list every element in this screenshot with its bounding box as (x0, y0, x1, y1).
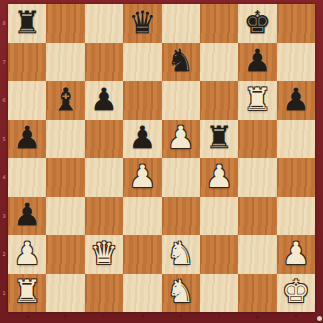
piece-white-king-h1[interactable]: ♚ (282, 276, 310, 307)
square-d3[interactable] (123, 197, 161, 236)
piece-black-pawn-c6[interactable]: ♟ (90, 84, 118, 115)
chess-board-frame: ♜♛♚♞♟♝♟♜♟♟♟♟♜♟♟♟♟♛♞♟♜♞♚ 87654321 abcdefg… (0, 0, 323, 323)
square-b7[interactable] (46, 43, 84, 82)
piece-black-bishop-b6[interactable]: ♝ (52, 84, 80, 115)
square-h1[interactable]: ♚ (277, 274, 315, 313)
square-e5[interactable]: ♟ (162, 120, 200, 159)
square-h8[interactable] (277, 4, 315, 43)
piece-black-rook-f5[interactable]: ♜ (205, 122, 233, 153)
piece-white-pawn-f4[interactable]: ♟ (205, 161, 233, 192)
piece-black-pawn-a5[interactable]: ♟ (13, 122, 41, 153)
square-e8[interactable] (162, 4, 200, 43)
rank-label-3: 3 (1, 213, 7, 218)
square-h3[interactable] (277, 197, 315, 236)
piece-white-pawn-d4[interactable]: ♟ (128, 161, 156, 192)
piece-white-knight-e1[interactable]: ♞ (167, 276, 195, 307)
square-h4[interactable] (277, 158, 315, 197)
rank-label-7: 7 (1, 59, 7, 64)
square-g4[interactable] (238, 158, 276, 197)
file-label-e: e (179, 314, 182, 319)
square-g8[interactable]: ♚ (238, 4, 276, 43)
square-d8[interactable]: ♛ (123, 4, 161, 43)
square-a1[interactable]: ♜ (8, 274, 46, 313)
square-d1[interactable] (123, 274, 161, 313)
square-e3[interactable] (162, 197, 200, 236)
piece-black-knight-e7[interactable]: ♞ (167, 45, 195, 76)
piece-black-pawn-d5[interactable]: ♟ (128, 122, 156, 153)
square-a2[interactable]: ♟ (8, 235, 46, 274)
square-f7[interactable] (200, 43, 238, 82)
square-a4[interactable] (8, 158, 46, 197)
file-label-d: d (141, 314, 144, 319)
square-g5[interactable] (238, 120, 276, 159)
square-d7[interactable] (123, 43, 161, 82)
square-h7[interactable] (277, 43, 315, 82)
square-a6[interactable] (8, 81, 46, 120)
square-d5[interactable]: ♟ (123, 120, 161, 159)
file-label-h: h (294, 314, 297, 319)
square-b2[interactable] (46, 235, 84, 274)
piece-black-pawn-a3[interactable]: ♟ (13, 199, 41, 230)
file-label-f: f (218, 314, 220, 319)
piece-black-king-g8[interactable]: ♚ (244, 7, 272, 38)
file-label-c: c (103, 314, 106, 319)
square-c3[interactable] (85, 197, 123, 236)
square-b6[interactable]: ♝ (46, 81, 84, 120)
square-h6[interactable]: ♟ (277, 81, 315, 120)
square-g7[interactable]: ♟ (238, 43, 276, 82)
piece-black-rook-a8[interactable]: ♜ (13, 7, 41, 38)
square-a7[interactable] (8, 43, 46, 82)
square-g6[interactable]: ♜ (238, 81, 276, 120)
rank-label-4: 4 (1, 175, 7, 180)
square-g1[interactable] (238, 274, 276, 313)
piece-white-rook-a1[interactable]: ♜ (13, 276, 41, 307)
square-d4[interactable]: ♟ (123, 158, 161, 197)
square-h5[interactable] (277, 120, 315, 159)
square-f8[interactable] (200, 4, 238, 43)
square-f1[interactable] (200, 274, 238, 313)
piece-white-pawn-a2[interactable]: ♟ (13, 238, 41, 269)
chess-board: ♜♛♚♞♟♝♟♜♟♟♟♟♜♟♟♟♟♛♞♟♜♞♚ (8, 4, 315, 312)
square-e6[interactable] (162, 81, 200, 120)
square-h2[interactable]: ♟ (277, 235, 315, 274)
square-e1[interactable]: ♞ (162, 274, 200, 313)
square-c7[interactable] (85, 43, 123, 82)
rank-label-8: 8 (1, 21, 7, 26)
square-c4[interactable] (85, 158, 123, 197)
piece-white-queen-c2[interactable]: ♛ (90, 238, 118, 269)
piece-black-pawn-h6[interactable]: ♟ (282, 84, 310, 115)
rank-label-5: 5 (1, 136, 7, 141)
square-c6[interactable]: ♟ (85, 81, 123, 120)
square-d6[interactable] (123, 81, 161, 120)
rank-label-1: 1 (1, 290, 7, 295)
square-b5[interactable] (46, 120, 84, 159)
square-f5[interactable]: ♜ (200, 120, 238, 159)
square-a8[interactable]: ♜ (8, 4, 46, 43)
piece-black-pawn-g7[interactable]: ♟ (244, 45, 272, 76)
square-a5[interactable]: ♟ (8, 120, 46, 159)
square-g2[interactable] (238, 235, 276, 274)
piece-black-queen-d8[interactable]: ♛ (128, 7, 156, 38)
square-c8[interactable] (85, 4, 123, 43)
square-f2[interactable] (200, 235, 238, 274)
file-label-a: a (26, 314, 29, 319)
square-a3[interactable]: ♟ (8, 197, 46, 236)
square-c1[interactable] (85, 274, 123, 313)
square-c2[interactable]: ♛ (85, 235, 123, 274)
corner-indicator-dot (317, 316, 322, 321)
square-b4[interactable] (46, 158, 84, 197)
square-f6[interactable] (200, 81, 238, 120)
file-label-b: b (64, 314, 67, 319)
rank-label-6: 6 (1, 98, 7, 103)
piece-white-rook-g6[interactable]: ♜ (244, 84, 272, 115)
square-b8[interactable] (46, 4, 84, 43)
piece-white-knight-e2[interactable]: ♞ (167, 238, 195, 269)
square-f4[interactable]: ♟ (200, 158, 238, 197)
file-label-g: g (256, 314, 259, 319)
square-f3[interactable] (200, 197, 238, 236)
square-c5[interactable] (85, 120, 123, 159)
piece-white-pawn-e5[interactable]: ♟ (167, 122, 195, 153)
square-b3[interactable] (46, 197, 84, 236)
square-d2[interactable] (123, 235, 161, 274)
square-g3[interactable] (238, 197, 276, 236)
piece-white-pawn-h2[interactable]: ♟ (282, 238, 310, 269)
square-b1[interactable] (46, 274, 84, 313)
square-e4[interactable] (162, 158, 200, 197)
rank-label-2: 2 (1, 252, 7, 257)
square-e7[interactable]: ♞ (162, 43, 200, 82)
square-e2[interactable]: ♞ (162, 235, 200, 274)
